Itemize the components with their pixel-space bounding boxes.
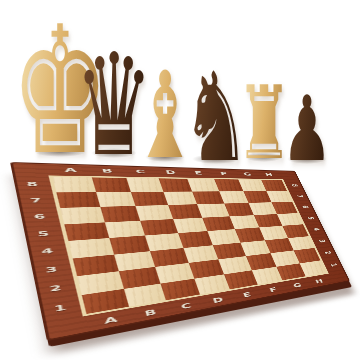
chess-set-photo: ABCDEFGH ABCDEFGH 87654321 87654321 ♚♛♝♞… <box>0 0 360 360</box>
black-pawn[interactable]: ♟ <box>282 84 332 174</box>
pieces-row: ♚♛♝♞♜♟ <box>0 0 360 360</box>
